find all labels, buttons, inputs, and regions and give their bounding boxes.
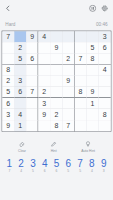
cell-r7c8[interactable]: 1 [87,98,99,109]
cell-r2c2[interactable]: 2 [14,42,26,53]
numpad-digit: 8 [89,159,95,169]
numpad-remaining-count: 6 [56,169,58,173]
numpad-digit: 3 [30,159,36,169]
numpad-digit: 6 [66,159,72,169]
cell-r1c8[interactable] [87,31,99,42]
pause-circle-icon [89,5,96,12]
cell-r3c6[interactable]: 2 [63,54,75,65]
cell-r8c3[interactable] [26,109,38,120]
cell-r4c9[interactable]: 4 [99,65,111,76]
numpad-digit: 9 [101,159,107,169]
game-meta: Hard 00:46 [0,13,113,30]
cell-r5c6[interactable]: 9 [63,76,75,87]
chevron-left-icon [5,5,12,12]
cell-r3c9[interactable] [99,54,111,65]
numpad-3[interactable]: 35 [28,159,39,173]
cell-r6c3[interactable]: 7 [26,87,38,98]
cell-r5c8[interactable] [87,76,99,87]
cell-r1c1[interactable]: 7 [2,31,14,42]
cell-r6c1[interactable]: 5 [2,87,14,98]
top-bar-actions [89,5,108,12]
back-button[interactable] [5,5,12,12]
cell-r5c4[interactable] [38,76,50,87]
cell-r3c1[interactable] [2,54,14,65]
cell-r4c8[interactable] [87,65,99,76]
numpad-remaining-count: 5 [79,169,81,173]
cell-r2c1[interactable] [2,42,14,53]
cell-r2c3[interactable] [26,42,38,53]
cell-r6c8[interactable]: 9 [87,87,99,98]
numpad-7[interactable]: 75 [75,159,86,173]
cell-r6c9[interactable] [99,87,111,98]
numpad-digit: 7 [77,159,83,169]
numpad-9[interactable]: 93 [98,159,109,173]
cell-r6c4[interactable]: 2 [38,87,50,98]
numpad-4[interactable]: 46 [39,159,50,173]
cell-r5c9[interactable] [99,76,111,87]
cell-r7c5[interactable] [50,98,62,109]
cell-r1c3[interactable]: 9 [26,31,38,42]
cell-r4c1[interactable]: 8 [2,65,14,76]
app-screen: Hard 00:46 79432956562788423956728963134… [0,0,113,200]
cell-r8c7[interactable] [75,109,87,120]
lightbulb-icon [84,140,91,147]
cell-r3c4[interactable] [38,54,50,65]
auto-hint-button[interactable]: Auto Hint [79,140,97,153]
cell-r9c5[interactable]: 8 [50,120,62,131]
pencil-icon [50,140,57,147]
number-pad: 172435465665758493 [0,153,113,173]
cell-r5c3[interactable] [26,76,38,87]
cell-r4c5[interactable] [50,65,62,76]
cell-r6c2[interactable]: 6 [14,87,26,98]
numpad-remaining-count: 5 [32,169,34,173]
numpad-digit: 5 [54,159,60,169]
cell-r6c6[interactable] [63,87,75,98]
cell-r9c2[interactable]: 1 [14,120,26,131]
cell-r7c7[interactable] [75,98,87,109]
cell-r3c3[interactable]: 6 [26,54,38,65]
cell-r8c1[interactable]: 3 [2,109,14,120]
numpad-1[interactable]: 17 [4,159,15,173]
cell-r9c3[interactable] [26,120,38,131]
numpad-5[interactable]: 56 [51,159,62,173]
cell-r6c7[interactable]: 8 [75,87,87,98]
cell-r1c5[interactable] [50,31,62,42]
cell-r9c4[interactable] [38,120,50,131]
clear-button[interactable]: Clear [16,140,28,153]
cell-r9c7[interactable] [75,120,87,131]
cell-r9c8[interactable] [87,120,99,131]
numpad-8[interactable]: 84 [87,159,98,173]
gear-icon [101,5,108,12]
numpad-remaining-count: 7 [8,169,10,173]
top-bar [0,0,113,13]
cell-r2c9[interactable]: 6 [99,42,111,53]
numpad-digit: 1 [7,159,13,169]
cell-r7c1[interactable]: 6 [2,98,14,109]
cell-r1c9[interactable]: 3 [99,31,111,42]
cell-r2c6[interactable] [63,42,75,53]
cell-r2c5[interactable]: 9 [50,42,62,53]
cell-r8c5[interactable]: 2 [50,109,62,120]
cell-r4c7[interactable] [75,65,87,76]
timer-label: 00:46 [96,22,108,27]
cell-r2c4[interactable] [38,42,50,53]
eraser-icon [18,140,25,147]
cell-r9c9[interactable] [99,120,111,131]
cell-r3c5[interactable] [50,54,62,65]
cell-r6c5[interactable] [50,87,62,98]
cell-r1c7[interactable] [75,31,87,42]
numpad-remaining-count: 3 [103,169,105,173]
cell-r3c8[interactable]: 8 [87,54,99,65]
numpad-digit: 2 [18,159,24,169]
cell-r2c7[interactable] [75,42,87,53]
numpad-remaining-count: 4 [91,169,93,173]
cell-r7c4[interactable]: 3 [38,98,50,109]
numpad-digit: 4 [42,159,48,169]
cell-r4c4[interactable] [38,65,50,76]
numpad-remaining-count: 4 [20,169,22,173]
cell-r3c7[interactable]: 7 [75,54,87,65]
cell-r7c2[interactable] [14,98,26,109]
cell-r8c8[interactable] [87,109,99,120]
cell-r8c2[interactable]: 4 [14,109,26,120]
numpad-2[interactable]: 24 [16,159,27,173]
cell-r1c4[interactable]: 4 [38,31,50,42]
cell-r5c2[interactable]: 3 [14,76,26,87]
cell-r9c6[interactable]: 7 [63,120,75,131]
board-wrap: 794329565627884239567289631349289187 [0,30,113,132]
cell-r9c1[interactable]: 9 [2,120,14,131]
pause-button[interactable] [89,5,96,12]
cell-r4c6[interactable] [63,65,75,76]
cell-r8c4[interactable]: 9 [38,109,50,120]
cell-r4c2[interactable] [14,65,26,76]
cell-r7c6[interactable] [63,98,75,109]
cell-r8c9[interactable]: 8 [99,109,111,120]
hint-button[interactable]: Hint [48,140,59,153]
sudoku-board: 794329565627884239567289631349289187 [2,31,112,132]
cell-r4c3[interactable] [26,65,38,76]
numpad-remaining-count: 5 [67,169,69,173]
cell-r7c3[interactable] [26,98,38,109]
settings-button[interactable] [101,5,108,12]
numpad-6[interactable]: 65 [63,159,74,173]
cell-r1c2[interactable] [14,31,26,42]
difficulty-label: Hard [5,22,15,27]
cell-r2c8[interactable]: 5 [87,42,99,53]
tool-bar: Clear Hint Auto Hint [0,132,113,153]
cell-r5c1[interactable]: 2 [2,76,14,87]
cell-r5c5[interactable] [50,76,62,87]
cell-r7c9[interactable] [99,98,111,109]
cell-r3c2[interactable]: 5 [14,54,26,65]
numpad-remaining-count: 6 [44,169,46,173]
cell-r8c6[interactable] [63,109,75,120]
cell-r5c7[interactable] [75,76,87,87]
cell-r1c6[interactable] [63,31,75,42]
